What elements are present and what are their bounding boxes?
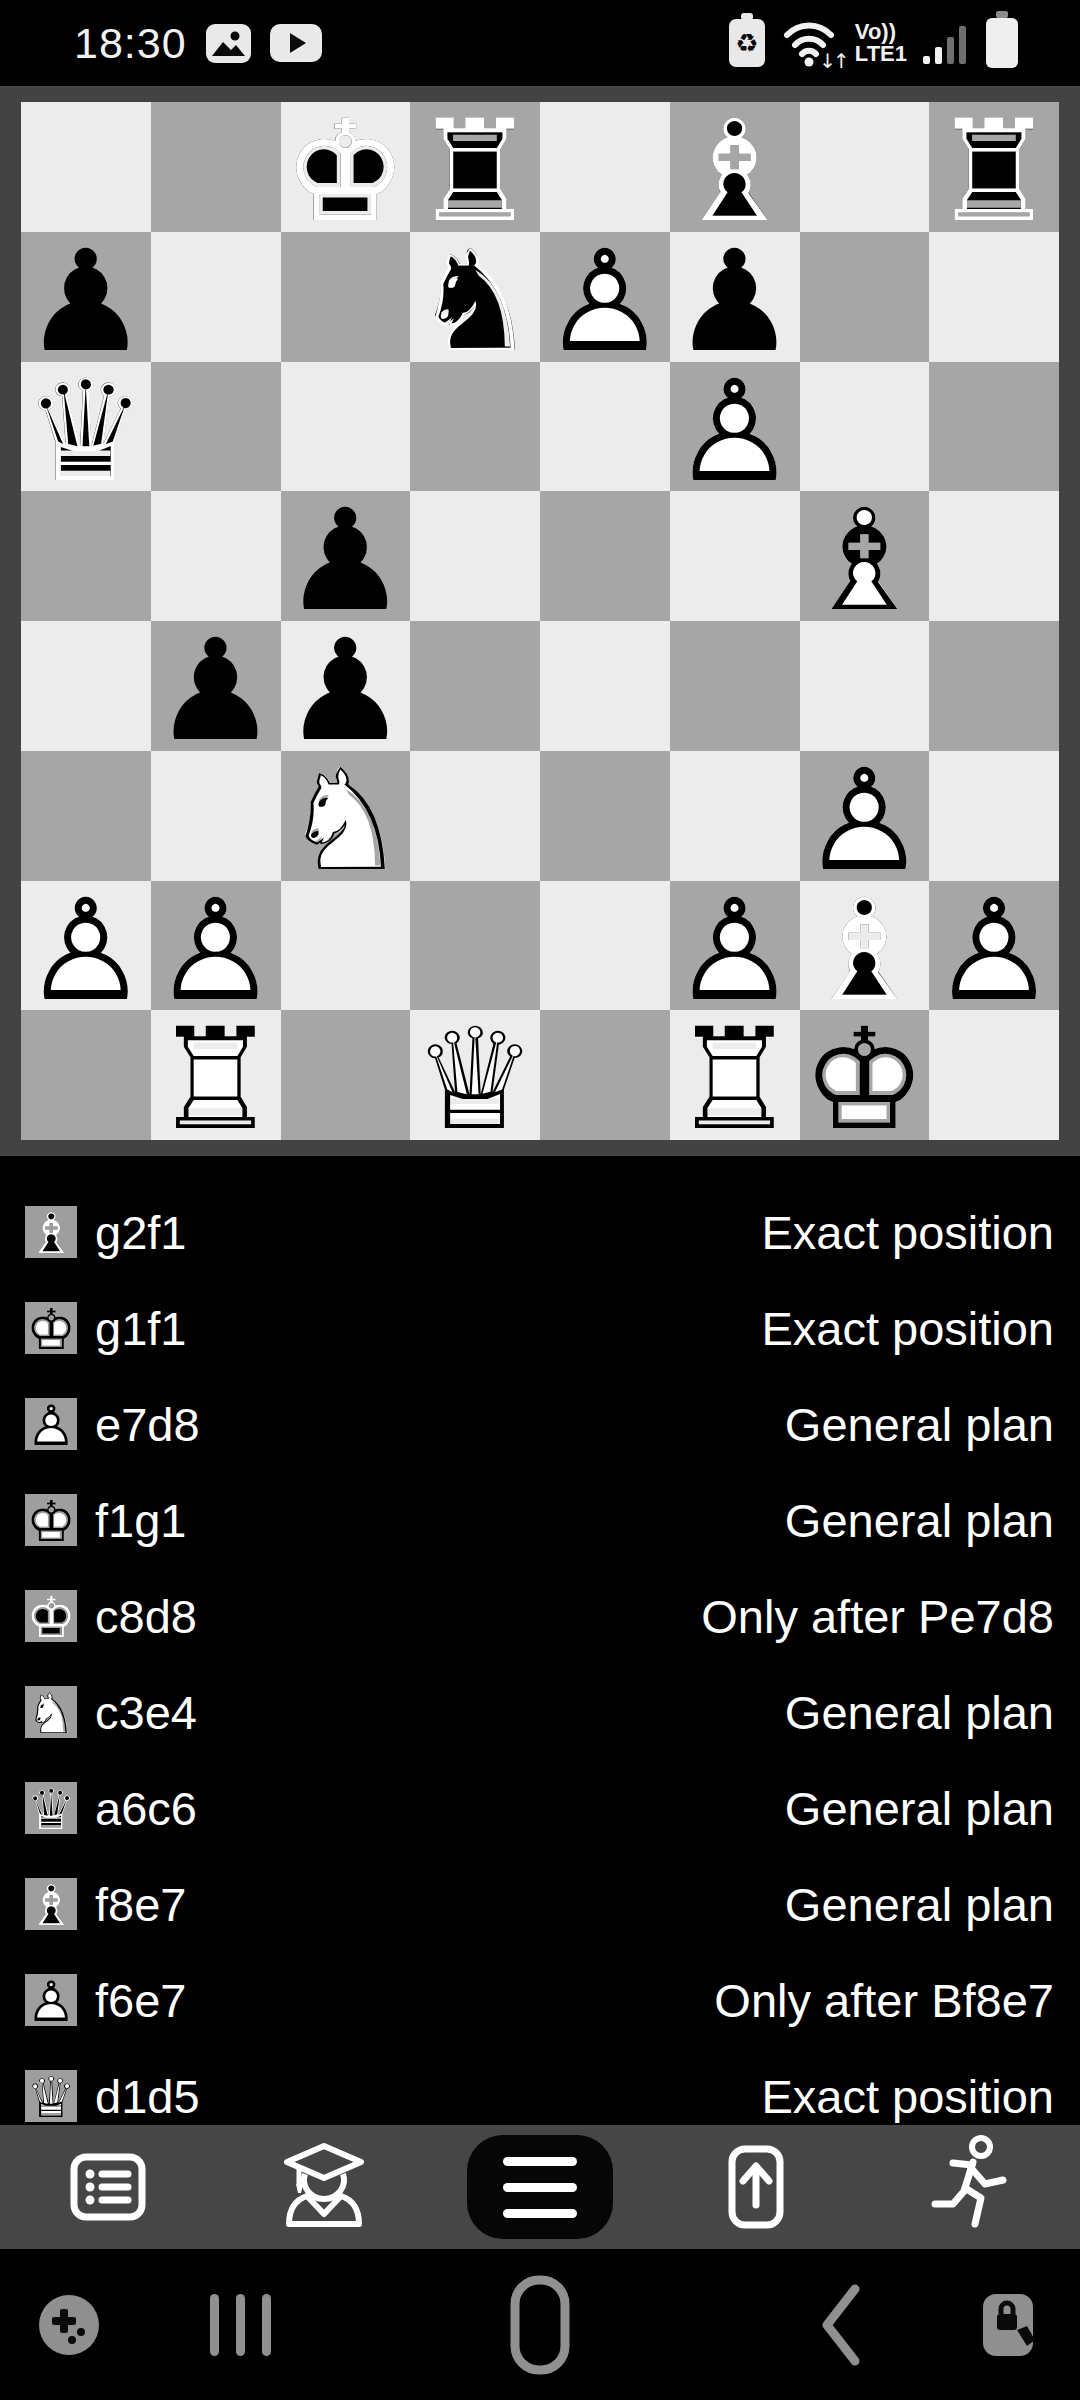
square-b6[interactable]: [151, 362, 281, 492]
list-icon: [60, 2139, 156, 2235]
menu-icon: [467, 2135, 613, 2239]
piece-black-knight: ♞♘: [410, 232, 540, 362]
square-a6[interactable]: ♛♕: [21, 362, 151, 492]
piece-black-pawn: ♟: [670, 232, 800, 362]
square-e1[interactable]: [540, 1010, 670, 1140]
square-g7[interactable]: [800, 232, 930, 362]
square-e3[interactable]: [540, 751, 670, 881]
tab-training[interactable]: [216, 2125, 432, 2249]
square-c1[interactable]: [281, 1010, 411, 1140]
piece-white-pawn: ♟♙: [800, 751, 930, 881]
piece-black-bishop: ♝♗: [25, 1206, 77, 1258]
upload-icon: [708, 2139, 804, 2235]
square-g8[interactable]: [800, 102, 930, 232]
move-list: ♝♗g2f1Exact position♚♔g1f1Exact position…: [0, 1156, 1080, 2125]
tab-practice[interactable]: [864, 2125, 1080, 2249]
move-row[interactable]: ♟♙e7d8General plan: [0, 1376, 1080, 1472]
square-d8[interactable]: ♜♖: [410, 102, 540, 232]
chess-board: ♚♔♜♖♝♗♜♖♟♞♘♟♙♟♛♕♟♙♟♝♗♟♟♞♘♟♙♟♙♟♙♟♙♝♗♟♙♜♖♛…: [21, 102, 1059, 1140]
piece-white-pawn: ♟♙: [25, 1398, 77, 1450]
square-h1[interactable]: [929, 1010, 1059, 1140]
square-h3[interactable]: [929, 751, 1059, 881]
gallery-icon: [205, 23, 252, 64]
white-king-icon: ♚♔: [25, 1494, 77, 1546]
recents-icon: [210, 2294, 271, 2356]
piece-white-pawn: ♟♙: [540, 232, 670, 362]
move-note: General plan: [785, 1493, 1054, 1548]
piece-white-knight: ♞♘: [281, 751, 411, 881]
black-queen-icon: ♛♕: [25, 1782, 77, 1834]
square-a2[interactable]: ♟♙: [21, 881, 151, 1011]
move-row[interactable]: ♞♘c3e4General plan: [0, 1664, 1080, 1760]
black-bishop-icon: ♝♗: [25, 1206, 77, 1258]
piece-white-bishop: ♝♗: [800, 491, 930, 621]
square-g3[interactable]: ♟♙: [800, 751, 930, 881]
wifi-icon: ↓↑: [781, 17, 839, 69]
square-e6[interactable]: [540, 362, 670, 492]
square-g2[interactable]: ♝♗: [800, 881, 930, 1011]
recents-button[interactable]: [185, 2249, 295, 2400]
piece-white-pawn: ♟♙: [151, 881, 281, 1011]
square-d4[interactable]: [410, 621, 540, 751]
square-d7[interactable]: ♞♘: [410, 232, 540, 362]
square-f2[interactable]: ♟♙: [670, 881, 800, 1011]
piece-black-rook: ♜♖: [929, 102, 1059, 232]
move-row[interactable]: ♝♗g2f1Exact position: [0, 1184, 1080, 1280]
android-nav-bar: [0, 2249, 1080, 2400]
status-bar: 18:30 ♻ ↓↑ Vo)) LTE1: [0, 0, 1080, 86]
piece-black-bishop: ♝♗: [800, 881, 930, 1011]
square-f8[interactable]: ♝♗: [670, 102, 800, 232]
piece-white-rook: ♜♖: [670, 1010, 800, 1140]
game-launcher-icon: [38, 2294, 100, 2356]
square-c4[interactable]: ♟: [281, 621, 411, 751]
piece-white-pawn: ♟♙: [21, 881, 151, 1011]
signal-bars-icon: [923, 22, 966, 64]
touch-lock-icon: [983, 2292, 1037, 2358]
runner-icon: [917, 2132, 1027, 2242]
square-g5[interactable]: ♝♗: [800, 491, 930, 621]
piece-black-queen: ♛♕: [25, 1782, 77, 1834]
battery-icon: [986, 18, 1018, 68]
move-note: Exact position: [761, 2069, 1054, 2124]
piece-black-king: ♚♔: [25, 1590, 77, 1642]
piece-white-pawn: ♟♙: [929, 881, 1059, 1011]
square-f1[interactable]: ♜♖: [670, 1010, 800, 1140]
square-a8[interactable]: [21, 102, 151, 232]
move-text: g2f1: [95, 1205, 186, 1260]
move-text: e7d8: [95, 1397, 200, 1452]
piece-white-queen: ♛♕: [25, 2070, 77, 2122]
move-row[interactable]: ♚♔c8d8Only after Pe7d8: [0, 1568, 1080, 1664]
youtube-icon: [270, 24, 322, 62]
move-note: Only after Pe7d8: [701, 1589, 1054, 1644]
square-c8[interactable]: ♚♔: [281, 102, 411, 232]
square-d2[interactable]: [410, 881, 540, 1011]
square-a7[interactable]: ♟: [21, 232, 151, 362]
square-b8[interactable]: [151, 102, 281, 232]
white-queen-icon: ♛♕: [25, 2070, 77, 2122]
piece-black-pawn: ♟: [281, 491, 411, 621]
tab-positions-list[interactable]: [0, 2125, 216, 2249]
square-d6[interactable]: [410, 362, 540, 492]
battery-saver-icon: ♻: [729, 19, 765, 67]
square-h5[interactable]: [929, 491, 1059, 621]
move-note: Exact position: [761, 1205, 1054, 1260]
square-g4[interactable]: [800, 621, 930, 751]
square-c5[interactable]: ♟: [281, 491, 411, 621]
square-c6[interactable]: [281, 362, 411, 492]
square-e4[interactable]: [540, 621, 670, 751]
back-icon: [817, 2283, 863, 2367]
piece-white-pawn: ♟♙: [670, 362, 800, 492]
piece-black-bishop: ♝♗: [670, 102, 800, 232]
square-f4[interactable]: [670, 621, 800, 751]
white-knight-icon: ♞♘: [25, 1686, 77, 1738]
piece-white-pawn: ♟♙: [670, 881, 800, 1011]
piece-white-king: ♚♔: [25, 1302, 77, 1354]
square-h7[interactable]: [929, 232, 1059, 362]
square-c7[interactable]: [281, 232, 411, 362]
square-c2[interactable]: [281, 881, 411, 1011]
status-right: ♻ ↓↑ Vo)) LTE1: [729, 17, 1018, 69]
square-e2[interactable]: [540, 881, 670, 1011]
move-text: a6c6: [95, 1781, 197, 1836]
square-e8[interactable]: [540, 102, 670, 232]
touch-lock-button[interactable]: [965, 2249, 1055, 2400]
square-b4[interactable]: ♟: [151, 621, 281, 751]
move-text: d1d5: [95, 2069, 200, 2124]
square-a1[interactable]: [21, 1010, 151, 1140]
square-e7[interactable]: ♟♙: [540, 232, 670, 362]
move-text: c8d8: [95, 1589, 197, 1644]
move-row[interactable]: ♟♙f6e7Only after Bf8e7: [0, 1952, 1080, 2048]
square-h2[interactable]: ♟♙: [929, 881, 1059, 1011]
move-note: General plan: [785, 1397, 1054, 1452]
piece-white-knight: ♞♘: [25, 1686, 77, 1738]
black-bishop-icon: ♝♗: [25, 1878, 77, 1930]
bottom-toolbar: [0, 2125, 1080, 2249]
move-row[interactable]: ♚♔g1f1Exact position: [0, 1280, 1080, 1376]
piece-white-king: ♚♔: [25, 1494, 77, 1546]
move-text: f6e7: [95, 1973, 186, 2028]
piece-black-bishop: ♝♗: [25, 1878, 77, 1930]
square-f6[interactable]: ♟♙: [670, 362, 800, 492]
square-e5[interactable]: [540, 491, 670, 621]
square-b2[interactable]: ♟♙: [151, 881, 281, 1011]
piece-black-pawn: ♟: [151, 621, 281, 751]
piece-white-king: ♚♔: [800, 1010, 930, 1140]
square-a3[interactable]: [21, 751, 151, 881]
square-f5[interactable]: [670, 491, 800, 621]
piece-black-king: ♚♔: [281, 102, 411, 232]
square-b3[interactable]: [151, 751, 281, 881]
square-f7[interactable]: ♟: [670, 232, 800, 362]
square-g1[interactable]: ♚♔: [800, 1010, 930, 1140]
piece-black-pawn: ♟: [281, 621, 411, 751]
white-pawn-icon: ♟♙: [25, 1398, 77, 1450]
move-row[interactable]: ♛♕a6c6General plan: [0, 1760, 1080, 1856]
square-d3[interactable]: [410, 751, 540, 881]
move-row[interactable]: ♛♕d1d5Exact position: [0, 2048, 1080, 2125]
square-b5[interactable]: [151, 491, 281, 621]
square-h8[interactable]: ♜♖: [929, 102, 1059, 232]
piece-black-rook: ♜♖: [410, 102, 540, 232]
move-note: General plan: [785, 1685, 1054, 1740]
home-button[interactable]: [485, 2249, 595, 2400]
tab-menu-active[interactable]: [432, 2125, 648, 2249]
move-note: General plan: [785, 1877, 1054, 1932]
piece-black-queen: ♛♕: [21, 362, 151, 492]
piece-white-rook: ♜♖: [151, 1010, 281, 1140]
board-frame: ♚♔♜♖♝♗♜♖♟♞♘♟♙♟♛♕♟♙♟♝♗♟♟♞♘♟♙♟♙♟♙♟♙♝♗♟♙♜♖♛…: [0, 86, 1080, 1156]
square-f3[interactable]: [670, 751, 800, 881]
piece-white-pawn: ♟♙: [25, 1974, 77, 2026]
square-a4[interactable]: [21, 621, 151, 751]
move-text: c3e4: [95, 1685, 197, 1740]
square-h4[interactable]: [929, 621, 1059, 751]
move-row[interactable]: ♚♔f1g1General plan: [0, 1472, 1080, 1568]
square-d1[interactable]: ♛♕: [410, 1010, 540, 1140]
black-king-icon: ♚♔: [25, 1590, 77, 1642]
move-text: f8e7: [95, 1877, 186, 1932]
square-a5[interactable]: [21, 491, 151, 621]
piece-white-queen: ♛♕: [410, 1010, 540, 1140]
piece-black-pawn: ♟: [21, 232, 151, 362]
move-text: g1f1: [95, 1301, 186, 1356]
phone-screen: 18:30 ♻ ↓↑ Vo)) LTE1: [0, 0, 1080, 2400]
square-g6[interactable]: [800, 362, 930, 492]
status-left: 18:30: [74, 19, 322, 68]
volte-label: Vo)) LTE1: [855, 21, 907, 65]
back-button[interactable]: [790, 2249, 890, 2400]
move-row[interactable]: ♝♗f8e7General plan: [0, 1856, 1080, 1952]
square-h6[interactable]: [929, 362, 1059, 492]
move-text: f1g1: [95, 1493, 186, 1548]
move-note: General plan: [785, 1781, 1054, 1836]
white-pawn-icon: ♟♙: [25, 1974, 77, 2026]
home-icon: [510, 2275, 570, 2375]
square-b7[interactable]: [151, 232, 281, 362]
graduate-icon: [269, 2132, 379, 2242]
move-note: Exact position: [761, 1301, 1054, 1356]
square-b1[interactable]: ♜♖: [151, 1010, 281, 1140]
game-launcher-button[interactable]: [24, 2249, 114, 2400]
clock: 18:30: [74, 19, 187, 68]
wifi-traffic-arrows: ↓↑: [819, 49, 847, 73]
move-note: Only after Bf8e7: [714, 1973, 1054, 2028]
square-c3[interactable]: ♞♘: [281, 751, 411, 881]
tab-upload[interactable]: [648, 2125, 864, 2249]
white-king-icon: ♚♔: [25, 1302, 77, 1354]
square-d5[interactable]: [410, 491, 540, 621]
